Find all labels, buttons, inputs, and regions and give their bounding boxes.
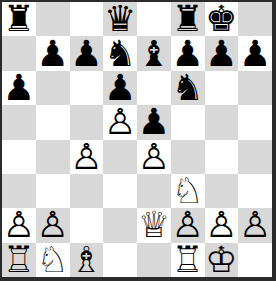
white-knight-piece: ♘ bbox=[171, 174, 203, 208]
square-b8[interactable] bbox=[36, 2, 70, 36]
square-h4[interactable] bbox=[238, 140, 272, 174]
white-pawn-piece: ♙ bbox=[138, 140, 170, 174]
white-knight-piece: ♘ bbox=[36, 243, 68, 277]
square-f6[interactable]: ♞ bbox=[171, 71, 205, 105]
square-b6[interactable] bbox=[36, 71, 70, 105]
square-a3[interactable] bbox=[2, 174, 36, 208]
square-b3[interactable] bbox=[36, 174, 70, 208]
black-pawn-piece: ♟ bbox=[171, 37, 203, 71]
chess-board: ♜♛♜♚♟♟♞♝♟♟♟♟♟♞♙♟♙♙♘♙♙♕♙♙♙♖♘♗♖♔ bbox=[0, 0, 276, 281]
square-b4[interactable] bbox=[36, 140, 70, 174]
square-h7[interactable]: ♟ bbox=[238, 36, 272, 70]
square-h2[interactable]: ♙ bbox=[238, 208, 272, 242]
square-h1[interactable] bbox=[238, 243, 272, 277]
square-g8[interactable]: ♚ bbox=[205, 2, 239, 36]
white-queen-piece: ♕ bbox=[138, 208, 170, 242]
square-h8[interactable] bbox=[238, 2, 272, 36]
square-f4[interactable] bbox=[171, 140, 205, 174]
square-c7[interactable]: ♟ bbox=[70, 36, 104, 70]
square-e2[interactable]: ♕ bbox=[137, 208, 171, 242]
bottom-margin bbox=[0, 281, 276, 285]
white-pawn-piece: ♙ bbox=[205, 208, 237, 242]
square-g5[interactable] bbox=[205, 105, 239, 139]
square-c2[interactable] bbox=[70, 208, 104, 242]
white-pawn-piece: ♙ bbox=[171, 208, 203, 242]
square-a2[interactable]: ♙ bbox=[2, 208, 36, 242]
square-g4[interactable] bbox=[205, 140, 239, 174]
black-pawn-piece: ♟ bbox=[36, 37, 68, 71]
square-c8[interactable] bbox=[70, 2, 104, 36]
square-f7[interactable]: ♟ bbox=[171, 36, 205, 70]
square-d2[interactable] bbox=[103, 208, 137, 242]
square-d8[interactable]: ♛ bbox=[103, 2, 137, 36]
white-pawn-piece: ♙ bbox=[36, 208, 68, 242]
square-d4[interactable] bbox=[103, 140, 137, 174]
square-a6[interactable]: ♟ bbox=[2, 71, 36, 105]
square-e1[interactable] bbox=[137, 243, 171, 277]
black-pawn-piece: ♟ bbox=[70, 37, 102, 71]
black-queen-piece: ♛ bbox=[104, 2, 136, 36]
square-c3[interactable] bbox=[70, 174, 104, 208]
square-e3[interactable] bbox=[137, 174, 171, 208]
square-b7[interactable]: ♟ bbox=[36, 36, 70, 70]
square-e5[interactable]: ♟ bbox=[137, 105, 171, 139]
square-f1[interactable]: ♖ bbox=[171, 243, 205, 277]
square-g7[interactable]: ♟ bbox=[205, 36, 239, 70]
black-rook-piece: ♜ bbox=[3, 2, 35, 36]
square-c4[interactable]: ♙ bbox=[70, 140, 104, 174]
square-b1[interactable]: ♘ bbox=[36, 243, 70, 277]
black-knight-piece: ♞ bbox=[104, 37, 136, 71]
white-rook-piece: ♖ bbox=[3, 243, 35, 277]
square-e7[interactable]: ♝ bbox=[137, 36, 171, 70]
square-a5[interactable] bbox=[2, 105, 36, 139]
black-pawn-piece: ♟ bbox=[205, 37, 237, 71]
white-pawn-piece: ♙ bbox=[239, 208, 271, 242]
square-f2[interactable]: ♙ bbox=[171, 208, 205, 242]
black-bishop-piece: ♝ bbox=[138, 37, 170, 71]
white-pawn-piece: ♙ bbox=[70, 140, 102, 174]
white-rook-piece: ♖ bbox=[171, 243, 203, 277]
square-f5[interactable] bbox=[171, 105, 205, 139]
square-e4[interactable]: ♙ bbox=[137, 140, 171, 174]
square-a8[interactable]: ♜ bbox=[2, 2, 36, 36]
square-a1[interactable]: ♖ bbox=[2, 243, 36, 277]
square-c1[interactable]: ♗ bbox=[70, 243, 104, 277]
square-g6[interactable] bbox=[205, 71, 239, 105]
square-b2[interactable]: ♙ bbox=[36, 208, 70, 242]
square-a4[interactable] bbox=[2, 140, 36, 174]
white-king-piece: ♔ bbox=[205, 243, 237, 277]
square-d1[interactable] bbox=[103, 243, 137, 277]
square-a7[interactable] bbox=[2, 36, 36, 70]
square-c5[interactable] bbox=[70, 105, 104, 139]
square-h5[interactable] bbox=[238, 105, 272, 139]
square-g2[interactable]: ♙ bbox=[205, 208, 239, 242]
black-pawn-piece: ♟ bbox=[104, 71, 136, 105]
square-f3[interactable]: ♘ bbox=[171, 174, 205, 208]
square-g1[interactable]: ♔ bbox=[205, 243, 239, 277]
white-bishop-piece: ♗ bbox=[70, 243, 102, 277]
square-g3[interactable] bbox=[205, 174, 239, 208]
white-pawn-piece: ♙ bbox=[104, 105, 136, 139]
square-d7[interactable]: ♞ bbox=[103, 36, 137, 70]
square-b5[interactable] bbox=[36, 105, 70, 139]
black-pawn-piece: ♟ bbox=[3, 71, 35, 105]
black-knight-piece: ♞ bbox=[171, 71, 203, 105]
black-king-piece: ♚ bbox=[205, 2, 237, 36]
black-rook-piece: ♜ bbox=[171, 2, 203, 36]
square-e8[interactable] bbox=[137, 2, 171, 36]
square-h3[interactable] bbox=[238, 174, 272, 208]
square-d5[interactable]: ♙ bbox=[103, 105, 137, 139]
chess-diagram: ♜♛♜♚♟♟♞♝♟♟♟♟♟♞♙♟♙♙♘♙♙♕♙♙♙♖♘♗♖♔ bbox=[0, 0, 276, 285]
square-e6[interactable] bbox=[137, 71, 171, 105]
black-pawn-piece: ♟ bbox=[239, 37, 271, 71]
square-d3[interactable] bbox=[103, 174, 137, 208]
white-pawn-piece: ♙ bbox=[3, 208, 35, 242]
square-d6[interactable]: ♟ bbox=[103, 71, 137, 105]
square-c6[interactable] bbox=[70, 71, 104, 105]
square-f8[interactable]: ♜ bbox=[171, 2, 205, 36]
black-pawn-piece: ♟ bbox=[138, 105, 170, 139]
square-h6[interactable] bbox=[238, 71, 272, 105]
